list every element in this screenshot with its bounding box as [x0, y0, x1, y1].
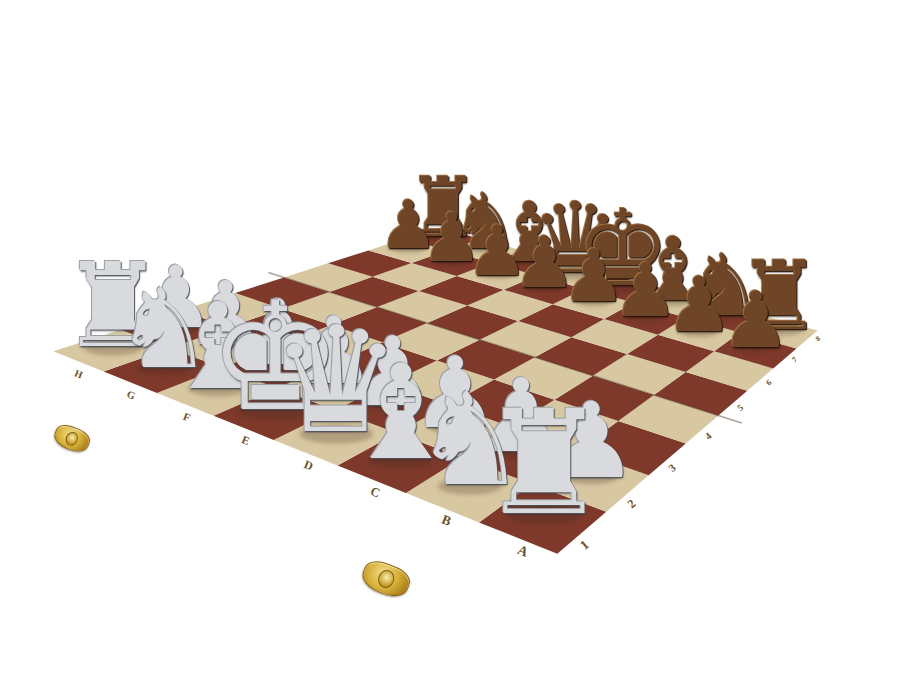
rank-label-7: 7: [790, 355, 799, 364]
rank-label-6: 6: [764, 378, 773, 388]
rank-label-5: 5: [735, 402, 745, 413]
board-photo-scene: ABCDEFGH12345678 ♜♞♝♛♚♝♞♜♟♟♟♟♟♟♟♟♜♞♝♚♛♝♞…: [0, 0, 900, 675]
rank-label-3: 3: [666, 461, 678, 474]
piece-black-pawn-a7[interactable]: ♟: [721, 282, 791, 360]
piece-white-rook-a1[interactable]: ♜: [479, 391, 609, 536]
rank-label-4: 4: [703, 430, 714, 442]
